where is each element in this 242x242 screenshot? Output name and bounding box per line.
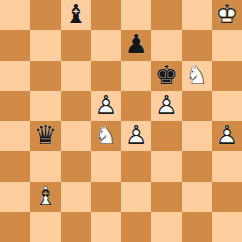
square-g4[interactable] [182, 121, 212, 151]
square-g3[interactable] [182, 151, 212, 181]
square-c5[interactable] [61, 91, 91, 121]
square-g2[interactable] [182, 182, 212, 212]
square-b1[interactable] [30, 212, 60, 242]
square-c4[interactable] [61, 121, 91, 151]
square-d8[interactable] [91, 0, 121, 30]
queen-glyph: ♛ [34, 122, 57, 148]
square-h2[interactable] [212, 182, 242, 212]
pawn-glyph-outline: ♙ [94, 92, 117, 118]
square-a2[interactable] [0, 182, 30, 212]
piece-black-queen[interactable]: ♛ [30, 121, 60, 151]
square-d7[interactable] [91, 30, 121, 60]
square-a3[interactable] [0, 151, 30, 181]
piece-white-pawn[interactable]: ♟♙ [121, 121, 151, 151]
square-a6[interactable] [0, 61, 30, 91]
knight-glyph-outline: ♘ [94, 122, 117, 148]
piece-black-bishop[interactable]: ♝ [61, 0, 91, 30]
square-d2[interactable] [91, 182, 121, 212]
piece-white-knight[interactable]: ♞♘ [182, 61, 212, 91]
piece-white-pawn[interactable]: ♟♙ [151, 91, 181, 121]
square-e5[interactable] [121, 91, 151, 121]
square-g6[interactable]: ♞♘ [182, 61, 212, 91]
pawn-glyph-outline: ♙ [215, 122, 238, 148]
square-f4[interactable] [151, 121, 181, 151]
square-g5[interactable] [182, 91, 212, 121]
square-a8[interactable] [0, 0, 30, 30]
square-g7[interactable] [182, 30, 212, 60]
piece-black-king[interactable]: ♚ [151, 61, 181, 91]
piece-white-king[interactable]: ♚♔ [212, 0, 242, 30]
square-e8[interactable] [121, 0, 151, 30]
square-h1[interactable] [212, 212, 242, 242]
square-e1[interactable] [121, 212, 151, 242]
square-b2[interactable]: ♝♗ [30, 182, 60, 212]
square-c1[interactable] [61, 212, 91, 242]
square-f2[interactable] [151, 182, 181, 212]
king-glyph: ♚ [155, 62, 178, 88]
square-a4[interactable] [0, 121, 30, 151]
knight-glyph-outline: ♘ [185, 62, 208, 88]
pawn-glyph: ♟ [124, 31, 147, 57]
bishop-glyph-outline: ♗ [34, 183, 57, 209]
square-b8[interactable] [30, 0, 60, 30]
square-a1[interactable] [0, 212, 30, 242]
square-e6[interactable] [121, 61, 151, 91]
square-g1[interactable] [182, 212, 212, 242]
piece-white-pawn[interactable]: ♟♙ [91, 91, 121, 121]
pawn-glyph-outline: ♙ [155, 92, 178, 118]
bishop-glyph: ♝ [64, 1, 87, 27]
square-f3[interactable] [151, 151, 181, 181]
square-g8[interactable] [182, 0, 212, 30]
square-h6[interactable] [212, 61, 242, 91]
square-c2[interactable] [61, 182, 91, 212]
square-c8[interactable]: ♝ [61, 0, 91, 30]
square-e4[interactable]: ♟♙ [121, 121, 151, 151]
piece-white-bishop[interactable]: ♝♗ [30, 182, 60, 212]
king-glyph-outline: ♔ [215, 1, 238, 27]
square-f8[interactable] [151, 0, 181, 30]
square-c6[interactable] [61, 61, 91, 91]
square-b4[interactable]: ♛ [30, 121, 60, 151]
square-h8[interactable]: ♚♔ [212, 0, 242, 30]
square-a7[interactable] [0, 30, 30, 60]
square-d6[interactable] [91, 61, 121, 91]
square-b5[interactable] [30, 91, 60, 121]
square-e3[interactable] [121, 151, 151, 181]
square-d1[interactable] [91, 212, 121, 242]
square-h7[interactable] [212, 30, 242, 60]
square-e2[interactable] [121, 182, 151, 212]
square-f7[interactable] [151, 30, 181, 60]
square-h3[interactable] [212, 151, 242, 181]
square-e7[interactable]: ♟ [121, 30, 151, 60]
square-c3[interactable] [61, 151, 91, 181]
square-f1[interactable] [151, 212, 181, 242]
piece-white-knight[interactable]: ♞♘ [91, 121, 121, 151]
square-h5[interactable] [212, 91, 242, 121]
piece-black-pawn[interactable]: ♟ [121, 30, 151, 60]
square-d4[interactable]: ♞♘ [91, 121, 121, 151]
square-b6[interactable] [30, 61, 60, 91]
chess-board: ♝♚♔♟♚♞♘♟♙♟♙♛♞♘♟♙♟♙♝♗ [0, 0, 242, 242]
square-d3[interactable] [91, 151, 121, 181]
square-a5[interactable] [0, 91, 30, 121]
square-b7[interactable] [30, 30, 60, 60]
square-f5[interactable]: ♟♙ [151, 91, 181, 121]
square-c7[interactable] [61, 30, 91, 60]
piece-white-pawn[interactable]: ♟♙ [212, 121, 242, 151]
square-f6[interactable]: ♚ [151, 61, 181, 91]
square-d5[interactable]: ♟♙ [91, 91, 121, 121]
square-b3[interactable] [30, 151, 60, 181]
pawn-glyph-outline: ♙ [124, 122, 147, 148]
square-h4[interactable]: ♟♙ [212, 121, 242, 151]
